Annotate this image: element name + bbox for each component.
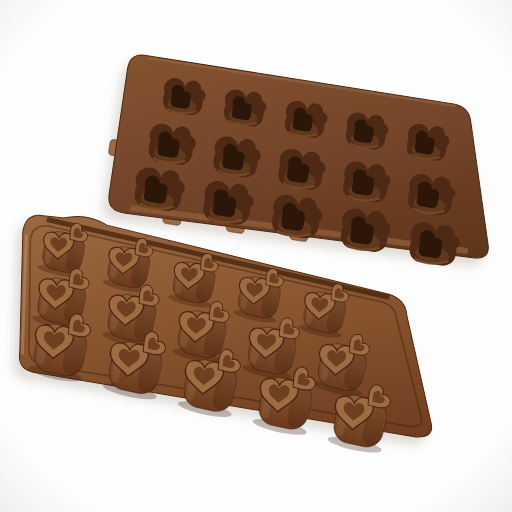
product-photo (0, 0, 512, 512)
molds-illustration (0, 0, 512, 512)
